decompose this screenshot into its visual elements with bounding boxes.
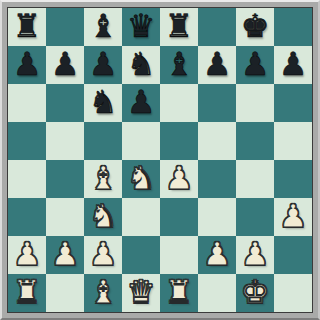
square-d4[interactable]: ♞ <box>122 160 160 198</box>
square-f8[interactable] <box>198 8 236 46</box>
square-d1[interactable]: ♛ <box>122 274 160 312</box>
square-e7[interactable]: ♝ <box>160 46 198 84</box>
square-c7[interactable]: ♟ <box>84 46 122 84</box>
piece-black-knight: ♞ <box>89 86 118 118</box>
square-d8[interactable]: ♛ <box>122 8 160 46</box>
square-g5[interactable] <box>236 122 274 160</box>
square-b4[interactable] <box>46 160 84 198</box>
piece-black-pawn: ♟ <box>241 48 270 80</box>
piece-white-bishop: ♝ <box>89 276 118 308</box>
square-h8[interactable] <box>274 8 312 46</box>
piece-white-pawn: ♟ <box>279 200 308 232</box>
piece-white-knight: ♞ <box>127 162 156 194</box>
square-b5[interactable] <box>46 122 84 160</box>
square-b6[interactable] <box>46 84 84 122</box>
square-c4[interactable]: ♝ <box>84 160 122 198</box>
square-a8[interactable]: ♜ <box>8 8 46 46</box>
piece-black-pawn: ♟ <box>51 48 80 80</box>
square-d7[interactable]: ♞ <box>122 46 160 84</box>
square-h6[interactable] <box>274 84 312 122</box>
piece-white-rook: ♜ <box>165 276 194 308</box>
square-b3[interactable] <box>46 198 84 236</box>
square-e2[interactable] <box>160 236 198 274</box>
square-d6[interactable]: ♟ <box>122 84 160 122</box>
square-d5[interactable] <box>122 122 160 160</box>
square-d3[interactable] <box>122 198 160 236</box>
square-b1[interactable] <box>46 274 84 312</box>
piece-white-pawn: ♟ <box>203 238 232 270</box>
square-h1[interactable] <box>274 274 312 312</box>
square-g1[interactable]: ♚ <box>236 274 274 312</box>
piece-white-pawn: ♟ <box>89 238 118 270</box>
board-frame: ♜♝♛♜♚♟♟♟♞♝♟♟♟♞♟♝♞♟♞♟♟♟♟♟♟♜♝♛♜♚ <box>0 0 320 320</box>
board-border: ♜♝♛♜♚♟♟♟♞♝♟♟♟♞♟♝♞♟♞♟♟♟♟♟♟♜♝♛♜♚ <box>7 7 313 313</box>
square-f3[interactable] <box>198 198 236 236</box>
square-e3[interactable] <box>160 198 198 236</box>
chess-board: ♜♝♛♜♚♟♟♟♞♝♟♟♟♞♟♝♞♟♞♟♟♟♟♟♟♜♝♛♜♚ <box>8 8 312 312</box>
square-c2[interactable]: ♟ <box>84 236 122 274</box>
square-f7[interactable]: ♟ <box>198 46 236 84</box>
piece-black-bishop: ♝ <box>165 48 194 80</box>
square-c3[interactable]: ♞ <box>84 198 122 236</box>
piece-black-rook: ♜ <box>165 10 194 42</box>
piece-white-knight: ♞ <box>89 200 118 232</box>
piece-black-queen: ♛ <box>127 10 156 42</box>
square-c5[interactable] <box>84 122 122 160</box>
piece-black-pawn: ♟ <box>127 86 156 118</box>
square-f4[interactable] <box>198 160 236 198</box>
square-b8[interactable] <box>46 8 84 46</box>
piece-white-pawn: ♟ <box>13 238 42 270</box>
square-c8[interactable]: ♝ <box>84 8 122 46</box>
square-d2[interactable] <box>122 236 160 274</box>
piece-white-bishop: ♝ <box>89 162 118 194</box>
piece-black-pawn: ♟ <box>203 48 232 80</box>
square-f6[interactable] <box>198 84 236 122</box>
square-h2[interactable] <box>274 236 312 274</box>
square-f2[interactable]: ♟ <box>198 236 236 274</box>
square-e5[interactable] <box>160 122 198 160</box>
piece-black-knight: ♞ <box>127 48 156 80</box>
piece-black-pawn: ♟ <box>89 48 118 80</box>
piece-white-rook: ♜ <box>13 276 42 308</box>
square-a4[interactable] <box>8 160 46 198</box>
piece-white-king: ♚ <box>241 276 270 308</box>
piece-white-pawn: ♟ <box>165 162 194 194</box>
piece-white-queen: ♛ <box>127 276 156 308</box>
square-e4[interactable]: ♟ <box>160 160 198 198</box>
piece-black-bishop: ♝ <box>89 10 118 42</box>
square-c1[interactable]: ♝ <box>84 274 122 312</box>
square-b7[interactable]: ♟ <box>46 46 84 84</box>
square-a5[interactable] <box>8 122 46 160</box>
square-f5[interactable] <box>198 122 236 160</box>
square-h3[interactable]: ♟ <box>274 198 312 236</box>
piece-black-pawn: ♟ <box>13 48 42 80</box>
square-g2[interactable]: ♟ <box>236 236 274 274</box>
square-f1[interactable] <box>198 274 236 312</box>
square-h4[interactable] <box>274 160 312 198</box>
square-e6[interactable] <box>160 84 198 122</box>
piece-white-pawn: ♟ <box>241 238 270 270</box>
square-a7[interactable]: ♟ <box>8 46 46 84</box>
square-e8[interactable]: ♜ <box>160 8 198 46</box>
square-c6[interactable]: ♞ <box>84 84 122 122</box>
square-h7[interactable]: ♟ <box>274 46 312 84</box>
square-a1[interactable]: ♜ <box>8 274 46 312</box>
square-b2[interactable]: ♟ <box>46 236 84 274</box>
square-h5[interactable] <box>274 122 312 160</box>
square-e1[interactable]: ♜ <box>160 274 198 312</box>
square-a2[interactable]: ♟ <box>8 236 46 274</box>
piece-black-king: ♚ <box>241 10 270 42</box>
square-a6[interactable] <box>8 84 46 122</box>
square-g6[interactable] <box>236 84 274 122</box>
piece-black-pawn: ♟ <box>279 48 308 80</box>
piece-black-rook: ♜ <box>13 10 42 42</box>
piece-white-pawn: ♟ <box>51 238 80 270</box>
square-g7[interactable]: ♟ <box>236 46 274 84</box>
square-g3[interactable] <box>236 198 274 236</box>
square-a3[interactable] <box>8 198 46 236</box>
square-g8[interactable]: ♚ <box>236 8 274 46</box>
square-g4[interactable] <box>236 160 274 198</box>
